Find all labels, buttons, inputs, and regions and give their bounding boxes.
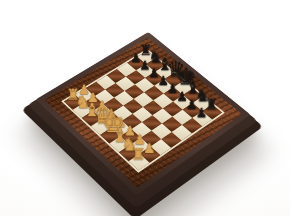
piece-black-pawn[interactable]: ♟ (194, 106, 208, 119)
scene: ♜♞♝♛♚♝♞♜♟♟♟♟♟♟♟♟♟♟♟♟♟♟♟♟♜♞♝♛♚♝♞♜ (0, 0, 290, 216)
piece-white-rook[interactable]: ♜ (131, 147, 146, 163)
photo-background: ♜♞♝♛♚♝♞♜♟♟♟♟♟♟♟♟♟♟♟♟♟♟♟♟♜♞♝♛♚♝♞♜ (0, 0, 290, 216)
chess-box: ♜♞♝♛♚♝♞♜♟♟♟♟♟♟♟♟♟♟♟♟♟♟♟♟♜♞♝♛♚♝♞♜ (36, 32, 250, 195)
board-frame: ♜♞♝♛♚♝♞♜♟♟♟♟♟♟♟♟♟♟♟♟♟♟♟♟♜♞♝♛♚♝♞♜ (36, 32, 250, 195)
